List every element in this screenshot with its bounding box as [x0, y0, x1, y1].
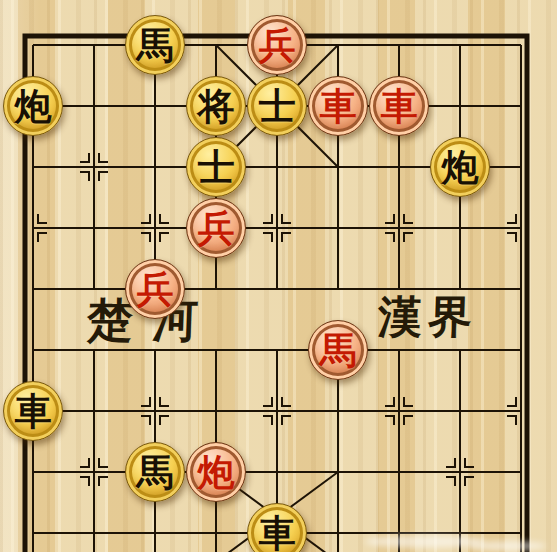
piece-glyph: 炮 [198, 453, 235, 491]
piece-glyph: 兵 [137, 270, 174, 308]
piece-red-soldier[interactable]: 兵 [186, 198, 246, 258]
piece-red-chariot[interactable]: 車 [369, 76, 429, 136]
wood-highlight-streak [468, 541, 546, 551]
piece-glyph: 車 [320, 87, 357, 125]
piece-black-chariot[interactable]: 車 [247, 503, 307, 552]
piece-glyph: 兵 [198, 209, 235, 247]
piece-glyph: 炮 [15, 87, 52, 125]
xiangqi-board[interactable]: 楚河 漢界 馬兵炮将士車車士炮兵兵馬車馬炮車 [0, 0, 557, 552]
piece-glyph: 兵 [259, 26, 296, 64]
piece-black-chariot[interactable]: 車 [3, 381, 63, 441]
piece-glyph: 士 [198, 148, 235, 186]
piece-glyph: 車 [15, 392, 52, 430]
piece-glyph: 車 [381, 87, 418, 125]
piece-glyph: 馬 [320, 331, 357, 369]
piece-red-cannon[interactable]: 炮 [186, 442, 246, 502]
piece-black-horse[interactable]: 馬 [125, 442, 185, 502]
wood-highlight-streak [365, 535, 485, 548]
xiangqi-app: 楚河 漢界 馬兵炮将士車車士炮兵兵馬車馬炮車 [0, 0, 557, 552]
piece-red-soldier[interactable]: 兵 [125, 259, 185, 319]
pieces-layer: 馬兵炮将士車車士炮兵兵馬車馬炮車 [0, 0, 557, 552]
piece-black-advisor[interactable]: 士 [186, 137, 246, 197]
piece-black-advisor[interactable]: 士 [247, 76, 307, 136]
piece-black-general[interactable]: 将 [186, 76, 246, 136]
piece-black-cannon[interactable]: 炮 [430, 137, 490, 197]
piece-glyph: 馬 [137, 26, 174, 64]
piece-glyph: 士 [259, 87, 296, 125]
piece-glyph: 馬 [137, 453, 174, 491]
piece-red-soldier[interactable]: 兵 [247, 15, 307, 75]
piece-glyph: 車 [259, 514, 296, 552]
piece-red-horse[interactable]: 馬 [308, 320, 368, 380]
piece-glyph: 炮 [442, 148, 479, 186]
piece-black-cannon[interactable]: 炮 [3, 76, 63, 136]
piece-red-chariot[interactable]: 車 [308, 76, 368, 136]
piece-glyph: 将 [198, 87, 235, 125]
piece-black-horse[interactable]: 馬 [125, 15, 185, 75]
